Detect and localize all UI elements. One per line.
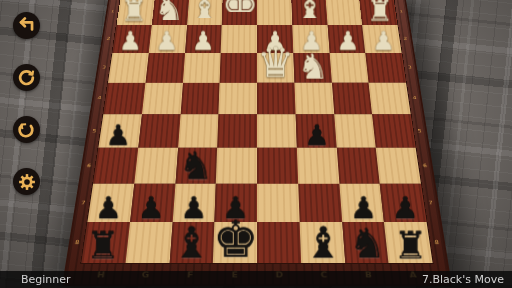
square-g8[interactable] [125, 222, 172, 263]
settings-button[interactable] [13, 168, 40, 195]
square-c7[interactable] [298, 184, 342, 222]
square-b2[interactable]: ♟ [327, 25, 365, 53]
piece-black-knight-b8[interactable]: ♞ [345, 223, 389, 264]
square-e4[interactable] [219, 83, 257, 115]
piece-black-pawn-a7[interactable]: ♟ [384, 193, 426, 223]
piece-black-pawn-h7[interactable]: ♟ [87, 193, 129, 223]
chess-board: 12345678 ♜♞♝♚♝♜♟♟♟♟♟♟♟♛♞♟♟♞♟♟♟♟♟♟♜♝♚♝♞♜ … [62, 0, 452, 286]
square-c5[interactable]: ♟ [295, 114, 336, 148]
square-b5[interactable] [334, 114, 376, 148]
back-arrow-icon [17, 16, 36, 35]
square-a7[interactable]: ♟ [380, 184, 427, 222]
square-c4[interactable] [294, 83, 334, 115]
square-d6[interactable] [257, 148, 298, 184]
square-g7[interactable]: ♟ [130, 184, 175, 222]
square-e6[interactable] [216, 148, 257, 184]
square-a8[interactable]: ♜ [384, 222, 432, 263]
back-button[interactable] [13, 12, 40, 39]
square-c1[interactable]: ♝ [291, 0, 327, 25]
square-b1[interactable] [325, 0, 362, 25]
board-frame: 12345678 ♜♞♝♚♝♜♟♟♟♟♟♟♟♛♞♟♟♞♟♟♟♟♟♟♜♝♚♝♞♜ … [62, 0, 452, 286]
square-e1[interactable]: ♚ [222, 0, 257, 25]
piece-white-bishop-f1[interactable]: ♝ [187, 0, 222, 26]
square-f8[interactable]: ♝ [169, 222, 214, 263]
piece-white-king-e1[interactable]: ♚ [222, 0, 257, 26]
board-grid: ♜♞♝♚♝♜♟♟♟♟♟♟♟♛♞♟♟♞♟♟♟♟♟♟♜♝♚♝♞♜ [80, 0, 433, 264]
piece-white-queen-d3[interactable]: ♛ [257, 42, 294, 84]
square-h5[interactable]: ♟ [98, 114, 141, 148]
piece-white-rook-h1[interactable]: ♜ [116, 0, 151, 26]
piece-white-knight-c3[interactable]: ♞ [294, 49, 331, 84]
gear-icon [17, 172, 37, 192]
square-d3[interactable]: ♛ [257, 53, 294, 83]
piece-black-rook-a8[interactable]: ♜ [389, 227, 433, 264]
square-e2[interactable] [221, 25, 257, 53]
square-b7[interactable]: ♟ [339, 184, 384, 222]
square-d7[interactable] [257, 184, 299, 222]
square-a3[interactable] [365, 53, 406, 83]
piece-white-bishop-c1[interactable]: ♝ [292, 0, 327, 26]
square-b3[interactable] [329, 53, 368, 83]
square-c3[interactable]: ♞ [293, 53, 331, 83]
square-h6[interactable] [93, 148, 138, 184]
square-c6[interactable] [297, 148, 339, 184]
square-h2[interactable]: ♟ [112, 25, 151, 53]
square-g4[interactable] [142, 83, 183, 115]
square-b4[interactable] [331, 83, 372, 115]
square-f3[interactable] [183, 53, 221, 83]
square-g1[interactable]: ♞ [152, 0, 189, 25]
square-h1[interactable]: ♜ [117, 0, 155, 25]
square-d8[interactable] [257, 222, 301, 263]
piece-black-pawn-g7[interactable]: ♟ [130, 193, 172, 223]
piece-white-pawn-b2[interactable]: ♟ [329, 28, 365, 54]
restart-circular-arrow-icon [17, 68, 36, 87]
piece-black-knight-f6[interactable]: ♞ [175, 147, 216, 186]
piece-white-knight-g1[interactable]: ♞ [152, 0, 187, 26]
square-g2[interactable]: ♟ [149, 25, 187, 53]
piece-white-pawn-h2[interactable]: ♟ [112, 28, 148, 54]
square-d4[interactable] [257, 83, 295, 115]
piece-white-pawn-g2[interactable]: ♟ [148, 28, 184, 54]
square-a5[interactable] [372, 114, 415, 148]
square-g5[interactable] [138, 114, 180, 148]
square-b6[interactable] [336, 148, 380, 184]
left-toolbar [13, 12, 41, 195]
piece-black-king-e8[interactable]: ♚ [213, 214, 257, 265]
square-g3[interactable] [145, 53, 184, 83]
piece-black-bishop-c8[interactable]: ♝ [301, 222, 345, 265]
piece-black-pawn-h5[interactable]: ♟ [98, 121, 138, 149]
restart-button[interactable] [13, 64, 40, 91]
square-a4[interactable] [369, 83, 411, 115]
piece-black-rook-h8[interactable]: ♜ [81, 227, 125, 264]
square-f2[interactable]: ♟ [185, 25, 222, 53]
move-indicator: 7.Black's Move [422, 271, 504, 288]
square-f1[interactable]: ♝ [187, 0, 223, 25]
status-bar: Beginner 7.Black's Move [0, 271, 512, 288]
piece-black-bishop-f8[interactable]: ♝ [169, 222, 213, 265]
square-d5[interactable] [257, 114, 297, 148]
piece-white-pawn-f2[interactable]: ♟ [185, 28, 221, 54]
undo-curved-arrow-icon [17, 120, 36, 139]
square-f6[interactable]: ♞ [175, 148, 217, 184]
piece-black-pawn-c5[interactable]: ♟ [297, 121, 337, 149]
square-e8[interactable]: ♚ [213, 222, 257, 263]
square-h3[interactable] [108, 53, 149, 83]
square-b8[interactable]: ♞ [342, 222, 389, 263]
piece-white-pawn-a2[interactable]: ♟ [366, 28, 402, 54]
square-h8[interactable]: ♜ [81, 222, 129, 263]
difficulty-label: Beginner [21, 271, 71, 288]
square-h7[interactable]: ♟ [87, 184, 134, 222]
piece-white-rook-a1[interactable]: ♜ [362, 0, 397, 26]
square-a1[interactable]: ♜ [359, 0, 397, 25]
square-a6[interactable] [376, 148, 421, 184]
square-h4[interactable] [103, 83, 145, 115]
square-c8[interactable]: ♝ [299, 222, 344, 263]
square-d1[interactable] [257, 0, 292, 25]
square-f7[interactable]: ♟ [172, 184, 216, 222]
square-f4[interactable] [180, 83, 220, 115]
undo-button[interactable] [13, 116, 40, 143]
square-g6[interactable] [134, 148, 178, 184]
app-screen: 12345678 ♜♞♝♚♝♜♟♟♟♟♟♟♟♛♞♟♟♞♟♟♟♟♟♟♜♝♚♝♞♜ … [0, 0, 512, 288]
square-e3[interactable] [220, 53, 257, 83]
square-a2[interactable]: ♟ [362, 25, 401, 53]
square-e5[interactable] [217, 114, 257, 148]
